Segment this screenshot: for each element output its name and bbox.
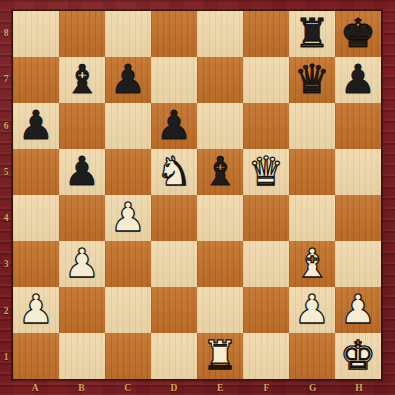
piece-black-king-h8[interactable]: ♚	[340, 13, 376, 53]
square-a7[interactable]	[13, 57, 59, 103]
piece-black-rook-g8[interactable]: ♜	[294, 13, 330, 53]
square-d2[interactable]	[151, 287, 197, 333]
chess-board[interactable]: ♜♚♝♟♛♟♟♟♟♞♝♛♟♟♝♟♟♟♜♚	[12, 10, 382, 380]
file-label-c: C	[105, 380, 151, 395]
square-c2[interactable]	[105, 287, 151, 333]
file-label-a: A	[12, 380, 58, 395]
square-d3[interactable]	[151, 241, 197, 287]
file-label-b: B	[58, 380, 104, 395]
rank-label-3: 3	[0, 241, 12, 287]
square-b8[interactable]	[59, 11, 105, 57]
square-h7[interactable]: ♟	[335, 57, 381, 103]
square-d8[interactable]	[151, 11, 197, 57]
square-e6[interactable]	[197, 103, 243, 149]
square-e3[interactable]	[197, 241, 243, 287]
square-b2[interactable]	[59, 287, 105, 333]
square-f8[interactable]	[243, 11, 289, 57]
square-h8[interactable]: ♚	[335, 11, 381, 57]
rank-label-1: 1	[0, 334, 12, 380]
square-a6[interactable]: ♟	[13, 103, 59, 149]
file-label-f: F	[243, 380, 289, 395]
square-f5[interactable]: ♛	[243, 149, 289, 195]
square-b1[interactable]	[59, 333, 105, 379]
file-label-e: E	[197, 380, 243, 395]
square-d1[interactable]	[151, 333, 197, 379]
square-f2[interactable]	[243, 287, 289, 333]
square-e1[interactable]: ♜	[197, 333, 243, 379]
piece-white-pawn-g2[interactable]: ♟	[294, 289, 330, 329]
square-d6[interactable]: ♟	[151, 103, 197, 149]
square-f3[interactable]	[243, 241, 289, 287]
square-c5[interactable]	[105, 149, 151, 195]
rank-label-7: 7	[0, 56, 12, 102]
piece-white-king-h1[interactable]: ♚	[340, 335, 376, 375]
rank-label-6: 6	[0, 103, 12, 149]
square-a4[interactable]	[13, 195, 59, 241]
square-a8[interactable]	[13, 11, 59, 57]
square-b4[interactable]	[59, 195, 105, 241]
square-e5[interactable]: ♝	[197, 149, 243, 195]
rank-label-2: 2	[0, 288, 12, 334]
square-f7[interactable]	[243, 57, 289, 103]
square-h2[interactable]: ♟	[335, 287, 381, 333]
piece-black-pawn-b5[interactable]: ♟	[64, 151, 100, 191]
rank-label-4: 4	[0, 195, 12, 241]
rank-label-8: 8	[0, 10, 12, 56]
square-h5[interactable]	[335, 149, 381, 195]
piece-black-pawn-a6[interactable]: ♟	[18, 105, 54, 145]
square-c3[interactable]	[105, 241, 151, 287]
piece-white-pawn-b3[interactable]: ♟	[64, 243, 100, 283]
piece-black-bishop-e5[interactable]: ♝	[202, 151, 238, 191]
square-g8[interactable]: ♜	[289, 11, 335, 57]
square-g1[interactable]	[289, 333, 335, 379]
square-a2[interactable]: ♟	[13, 287, 59, 333]
piece-white-rook-e1[interactable]: ♜	[202, 335, 238, 375]
square-g2[interactable]: ♟	[289, 287, 335, 333]
square-f6[interactable]	[243, 103, 289, 149]
square-g6[interactable]	[289, 103, 335, 149]
piece-white-pawn-c4[interactable]: ♟	[110, 197, 146, 237]
rank-label-5: 5	[0, 149, 12, 195]
square-c8[interactable]	[105, 11, 151, 57]
square-g4[interactable]	[289, 195, 335, 241]
rank-labels: 87654321	[0, 10, 12, 380]
square-b5[interactable]: ♟	[59, 149, 105, 195]
chess-diagram: 87654321 ♜♚♝♟♛♟♟♟♟♞♝♛♟♟♝♟♟♟♜♚ ABCDEFGH	[0, 0, 395, 395]
square-b6[interactable]	[59, 103, 105, 149]
square-d5[interactable]: ♞	[151, 149, 197, 195]
square-f1[interactable]	[243, 333, 289, 379]
piece-white-pawn-a2[interactable]: ♟	[18, 289, 54, 329]
file-labels: ABCDEFGH	[12, 380, 382, 395]
piece-black-queen-g7[interactable]: ♛	[294, 59, 330, 99]
file-label-d: D	[151, 380, 197, 395]
square-h1[interactable]: ♚	[335, 333, 381, 379]
file-label-g: G	[290, 380, 336, 395]
square-h3[interactable]	[335, 241, 381, 287]
piece-black-pawn-h7[interactable]: ♟	[340, 59, 376, 99]
piece-white-knight-d5[interactable]: ♞	[156, 151, 192, 191]
square-g7[interactable]: ♛	[289, 57, 335, 103]
piece-white-bishop-g3[interactable]: ♝	[294, 243, 330, 283]
square-d7[interactable]	[151, 57, 197, 103]
square-e4[interactable]	[197, 195, 243, 241]
square-d4[interactable]	[151, 195, 197, 241]
square-e2[interactable]	[197, 287, 243, 333]
square-h4[interactable]	[335, 195, 381, 241]
square-e8[interactable]	[197, 11, 243, 57]
square-e7[interactable]	[197, 57, 243, 103]
square-a5[interactable]	[13, 149, 59, 195]
piece-white-queen-f5[interactable]: ♛	[248, 151, 284, 191]
square-f4[interactable]	[243, 195, 289, 241]
piece-black-pawn-c7[interactable]: ♟	[110, 59, 146, 99]
square-g5[interactable]	[289, 149, 335, 195]
piece-white-pawn-h2[interactable]: ♟	[340, 289, 376, 329]
square-g3[interactable]: ♝	[289, 241, 335, 287]
piece-black-pawn-d6[interactable]: ♟	[156, 105, 192, 145]
square-b3[interactable]: ♟	[59, 241, 105, 287]
square-c1[interactable]	[105, 333, 151, 379]
square-a3[interactable]	[13, 241, 59, 287]
square-b7[interactable]: ♝	[59, 57, 105, 103]
square-h6[interactable]	[335, 103, 381, 149]
square-c7[interactable]: ♟	[105, 57, 151, 103]
square-c6[interactable]	[105, 103, 151, 149]
square-c4[interactable]: ♟	[105, 195, 151, 241]
file-label-h: H	[336, 380, 382, 395]
piece-black-bishop-b7[interactable]: ♝	[64, 59, 100, 99]
square-a1[interactable]	[13, 333, 59, 379]
